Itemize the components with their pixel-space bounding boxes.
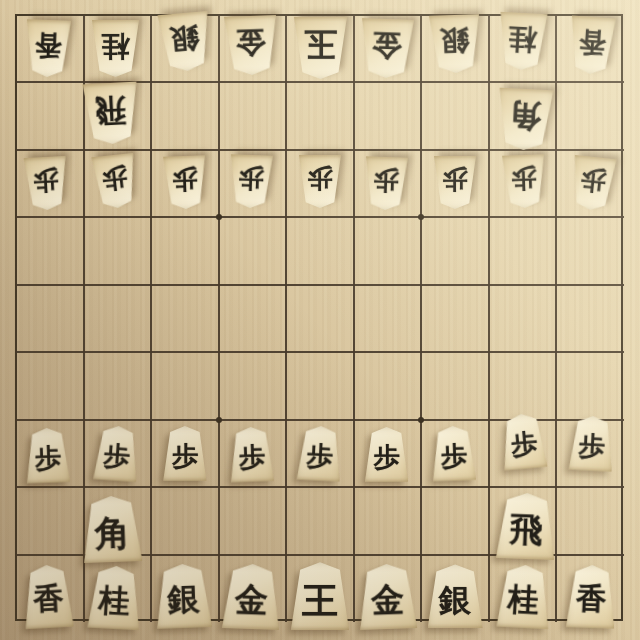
piece-sente-knight[interactable]: 桂	[496, 564, 551, 629]
piece-sente-lance[interactable]: 香	[22, 564, 74, 629]
piece-face: 歩	[93, 425, 140, 482]
piece-kanji: 歩	[32, 168, 58, 194]
cell-file9-rank6[interactable]	[16, 352, 84, 419]
piece-kanji: 金	[371, 30, 402, 61]
cell-file3-rank6[interactable]	[421, 352, 489, 419]
piece-sente-pawn[interactable]: 歩	[432, 425, 477, 481]
piece-face: 桂	[92, 20, 139, 77]
piece-kanji: 飛	[95, 94, 128, 127]
cell-file8-rank4[interactable]	[84, 217, 152, 284]
cell-file7-rank8[interactable]	[151, 487, 219, 554]
piece-kanji: 歩	[510, 430, 538, 458]
piece-gote-pawn[interactable]: 歩	[92, 153, 139, 210]
piece-gote-pawn[interactable]: 歩	[364, 156, 408, 210]
cell-file7-rank4[interactable]	[151, 217, 219, 284]
piece-gote-pawn[interactable]: 歩	[23, 156, 68, 211]
piece-kanji: 歩	[441, 443, 468, 470]
piece-sente-pawn[interactable]: 歩	[93, 425, 140, 482]
piece-kanji: 桂	[508, 24, 537, 53]
piece-face: 飛	[83, 81, 140, 145]
piece-kanji: 歩	[34, 445, 61, 472]
piece-sente-king[interactable]: 王	[291, 562, 349, 630]
cell-file4-rank4[interactable]	[354, 217, 422, 284]
piece-face: 香	[568, 16, 616, 76]
piece-sente-bishop[interactable]: 角	[82, 495, 143, 563]
piece-face: 桂	[496, 564, 551, 629]
cell-file3-rank8[interactable]	[421, 487, 489, 554]
piece-gote-pawn[interactable]: 歩	[434, 156, 476, 209]
piece-kanji: 銀	[439, 584, 471, 616]
piece-face: 歩	[229, 426, 274, 482]
piece-face: 歩	[299, 155, 341, 208]
piece-face: 角	[82, 495, 143, 563]
piece-face: 歩	[365, 427, 408, 482]
piece-gote-knight[interactable]: 桂	[498, 12, 548, 71]
cell-file3-rank2[interactable]	[421, 82, 489, 149]
piece-gote-gold[interactable]: 金	[360, 18, 414, 79]
piece-kanji: 歩	[239, 166, 265, 192]
piece-gote-pawn[interactable]: 歩	[163, 155, 207, 209]
piece-face: 歩	[500, 412, 548, 470]
cell-file5-rank2[interactable]	[286, 82, 354, 149]
cell-file6-rank8[interactable]	[219, 487, 287, 554]
piece-face: 桂	[88, 565, 143, 630]
cell-file9-rank4[interactable]	[16, 217, 84, 284]
piece-face: 銀	[428, 564, 483, 628]
piece-gote-lance[interactable]: 香	[568, 16, 616, 76]
piece-kanji: 歩	[308, 167, 333, 192]
piece-gote-bishop[interactable]: 角	[496, 87, 553, 151]
piece-face: 歩	[230, 154, 274, 208]
piece-sente-silver[interactable]: 銀	[155, 563, 212, 629]
piece-gote-silver[interactable]: 銀	[429, 14, 481, 74]
piece-kanji: 香	[576, 584, 607, 615]
piece-sente-pawn[interactable]: 歩	[500, 412, 548, 470]
piece-face: 香	[25, 19, 71, 78]
piece-gote-rook[interactable]: 飛	[83, 81, 140, 145]
piece-kanji: 歩	[373, 168, 399, 194]
piece-face: 歩	[570, 155, 617, 212]
piece-sente-pawn[interactable]: 歩	[568, 415, 614, 472]
piece-kanji: 香	[32, 583, 64, 615]
piece-kanji: 金	[236, 27, 267, 58]
cell-file4-rank6[interactable]	[354, 352, 422, 419]
cell-file5-rank8[interactable]	[286, 487, 354, 554]
piece-kanji: 歩	[172, 443, 198, 469]
piece-face: 金	[222, 563, 281, 630]
cell-file2-rank6[interactable]	[489, 352, 557, 419]
piece-sente-pawn[interactable]: 歩	[297, 425, 343, 482]
piece-gote-lance[interactable]: 香	[25, 19, 71, 78]
piece-gote-silver[interactable]: 銀	[157, 11, 212, 73]
piece-sente-pawn[interactable]: 歩	[365, 427, 408, 482]
piece-gote-pawn[interactable]: 歩	[230, 154, 274, 208]
piece-kanji: 香	[578, 29, 607, 58]
piece-sente-lance[interactable]: 香	[566, 564, 617, 628]
cell-file6-rank2[interactable]	[219, 82, 287, 149]
piece-kanji: 桂	[507, 583, 540, 616]
piece-face: 歩	[364, 156, 408, 210]
piece-gote-gold[interactable]: 金	[224, 15, 278, 76]
piece-sente-pawn[interactable]: 歩	[25, 427, 70, 483]
piece-gote-pawn[interactable]: 歩	[299, 155, 341, 208]
piece-kanji: 王	[302, 582, 338, 618]
piece-sente-gold[interactable]: 金	[222, 563, 281, 630]
piece-kanji: 歩	[511, 166, 537, 192]
cell-file9-rank8[interactable]	[16, 487, 84, 554]
piece-kanji: 玉	[304, 28, 337, 61]
piece-face: 銀	[429, 14, 481, 74]
piece-kanji: 歩	[306, 442, 333, 469]
piece-face: 王	[291, 562, 349, 630]
piece-gote-pawn[interactable]: 歩	[570, 155, 617, 212]
piece-kanji: 金	[234, 583, 268, 617]
piece-face: 歩	[297, 425, 343, 482]
cell-file5-rank4[interactable]	[286, 217, 354, 284]
cell-file1-rank5[interactable]	[556, 285, 624, 352]
piece-gote-king[interactable]: 玉	[294, 17, 347, 79]
piece-kanji: 歩	[102, 442, 130, 470]
cell-file8-rank5[interactable]	[84, 285, 152, 352]
piece-kanji: 桂	[101, 32, 129, 60]
piece-kanji: 歩	[580, 167, 607, 194]
piece-face: 金	[358, 563, 417, 630]
cell-file7-rank2[interactable]	[151, 82, 219, 149]
piece-kanji: 香	[34, 32, 62, 60]
piece-kanji: 歩	[577, 432, 604, 459]
piece-kanji: 歩	[172, 167, 198, 193]
cell-file2-rank4[interactable]	[489, 217, 557, 284]
piece-face: 歩	[502, 154, 546, 208]
piece-face: 金	[224, 15, 278, 76]
piece-kanji: 銀	[167, 583, 200, 616]
cell-file7-rank5[interactable]	[151, 285, 219, 352]
piece-face: 銀	[157, 11, 212, 73]
cell-file9-rank5[interactable]	[16, 285, 84, 352]
cell-file4-rank8[interactable]	[354, 487, 422, 554]
piece-face: 歩	[163, 426, 206, 481]
cell-file4-rank2[interactable]	[354, 82, 422, 149]
cell-file1-rank4[interactable]	[556, 217, 624, 284]
piece-face: 角	[496, 87, 553, 151]
piece-sente-silver[interactable]: 銀	[428, 564, 483, 628]
cell-file6-rank6[interactable]	[219, 352, 287, 419]
cell-file5-rank6[interactable]	[286, 352, 354, 419]
cell-file5-rank5[interactable]	[286, 285, 354, 352]
piece-kanji: 歩	[101, 165, 128, 192]
piece-kanji: 桂	[99, 584, 132, 617]
piece-face: 歩	[23, 156, 68, 211]
piece-face: 香	[22, 564, 74, 629]
piece-gote-knight[interactable]: 桂	[92, 20, 139, 77]
cell-file7-rank6[interactable]	[151, 352, 219, 419]
cell-file3-rank5[interactable]	[421, 285, 489, 352]
cell-file1-rank8[interactable]	[556, 487, 624, 554]
shogi-board-photo: 香桂銀金玉金銀桂香飛角歩歩歩歩歩歩歩歩歩歩歩歩歩歩歩歩歩歩角飛香桂銀金王金銀桂香	[0, 0, 640, 640]
piece-kanji: 角	[94, 514, 130, 550]
piece-kanji: 歩	[374, 444, 400, 470]
piece-face: 銀	[155, 563, 212, 629]
piece-gote-pawn[interactable]: 歩	[502, 154, 546, 208]
cell-file8-rank6[interactable]	[84, 352, 152, 419]
piece-kanji: 歩	[238, 444, 265, 471]
cell-file1-rank6[interactable]	[556, 352, 624, 419]
piece-face: 玉	[294, 17, 347, 79]
piece-face: 飛	[495, 492, 556, 560]
cell-file3-rank4[interactable]	[421, 217, 489, 284]
piece-sente-pawn[interactable]: 歩	[163, 426, 206, 481]
cell-file6-rank4[interactable]	[219, 217, 287, 284]
piece-kanji: 銀	[169, 23, 200, 54]
piece-face: 歩	[163, 155, 207, 209]
piece-face: 歩	[434, 156, 476, 209]
piece-face: 桂	[498, 12, 548, 71]
piece-kanji: 歩	[443, 168, 468, 193]
piece-kanji: 飛	[508, 512, 542, 546]
piece-sente-pawn[interactable]: 歩	[229, 426, 274, 482]
cell-file6-rank5[interactable]	[219, 285, 287, 352]
piece-sente-knight[interactable]: 桂	[88, 565, 143, 630]
piece-kanji: 銀	[440, 26, 470, 56]
piece-sente-rook[interactable]: 飛	[495, 492, 556, 560]
piece-kanji: 角	[508, 99, 542, 133]
piece-face: 歩	[568, 415, 614, 472]
cell-file2-rank5[interactable]	[489, 285, 557, 352]
piece-face: 歩	[25, 427, 70, 483]
piece-kanji: 金	[371, 583, 405, 617]
piece-sente-gold[interactable]: 金	[358, 563, 417, 630]
cell-file9-rank2[interactable]	[16, 82, 84, 149]
cell-file4-rank5[interactable]	[354, 285, 422, 352]
cell-file1-rank2[interactable]	[556, 82, 624, 149]
piece-face: 香	[566, 564, 617, 628]
piece-face: 歩	[432, 425, 477, 481]
piece-face: 金	[360, 18, 414, 79]
piece-face: 歩	[92, 153, 139, 210]
